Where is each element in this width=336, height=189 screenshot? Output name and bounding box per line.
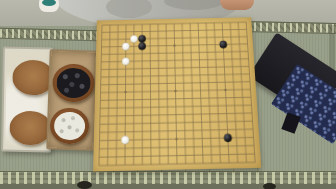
tea-cup-rim — [42, 0, 56, 6]
cardboard-box — [46, 49, 97, 151]
tatami-border-bottom — [0, 171, 336, 185]
tea-cup — [39, 0, 59, 12]
go-board — [93, 17, 261, 171]
tablet-box-group — [252, 46, 336, 141]
tablet-stand-foot — [281, 112, 300, 134]
board-grid-and-stones — [93, 17, 261, 171]
player-hand — [220, 0, 254, 10]
go-game-photo — [0, 0, 336, 189]
stone-box-group — [2, 44, 96, 154]
white-stone-bowl — [49, 107, 89, 144]
tatami-border-right — [242, 21, 336, 34]
cardboard-box-lid-tray — [1, 47, 53, 153]
tatami-edge-dark — [0, 184, 336, 189]
white-stones-pile — [54, 111, 86, 140]
black-stones-pile — [56, 67, 91, 98]
clothing-fold — [106, 0, 152, 18]
black-stone-bowl — [52, 63, 95, 102]
floor-object — [263, 183, 276, 189]
goban-wrap — [93, 17, 261, 171]
clothing-fold — [164, 0, 224, 10]
floor-object — [77, 181, 92, 189]
